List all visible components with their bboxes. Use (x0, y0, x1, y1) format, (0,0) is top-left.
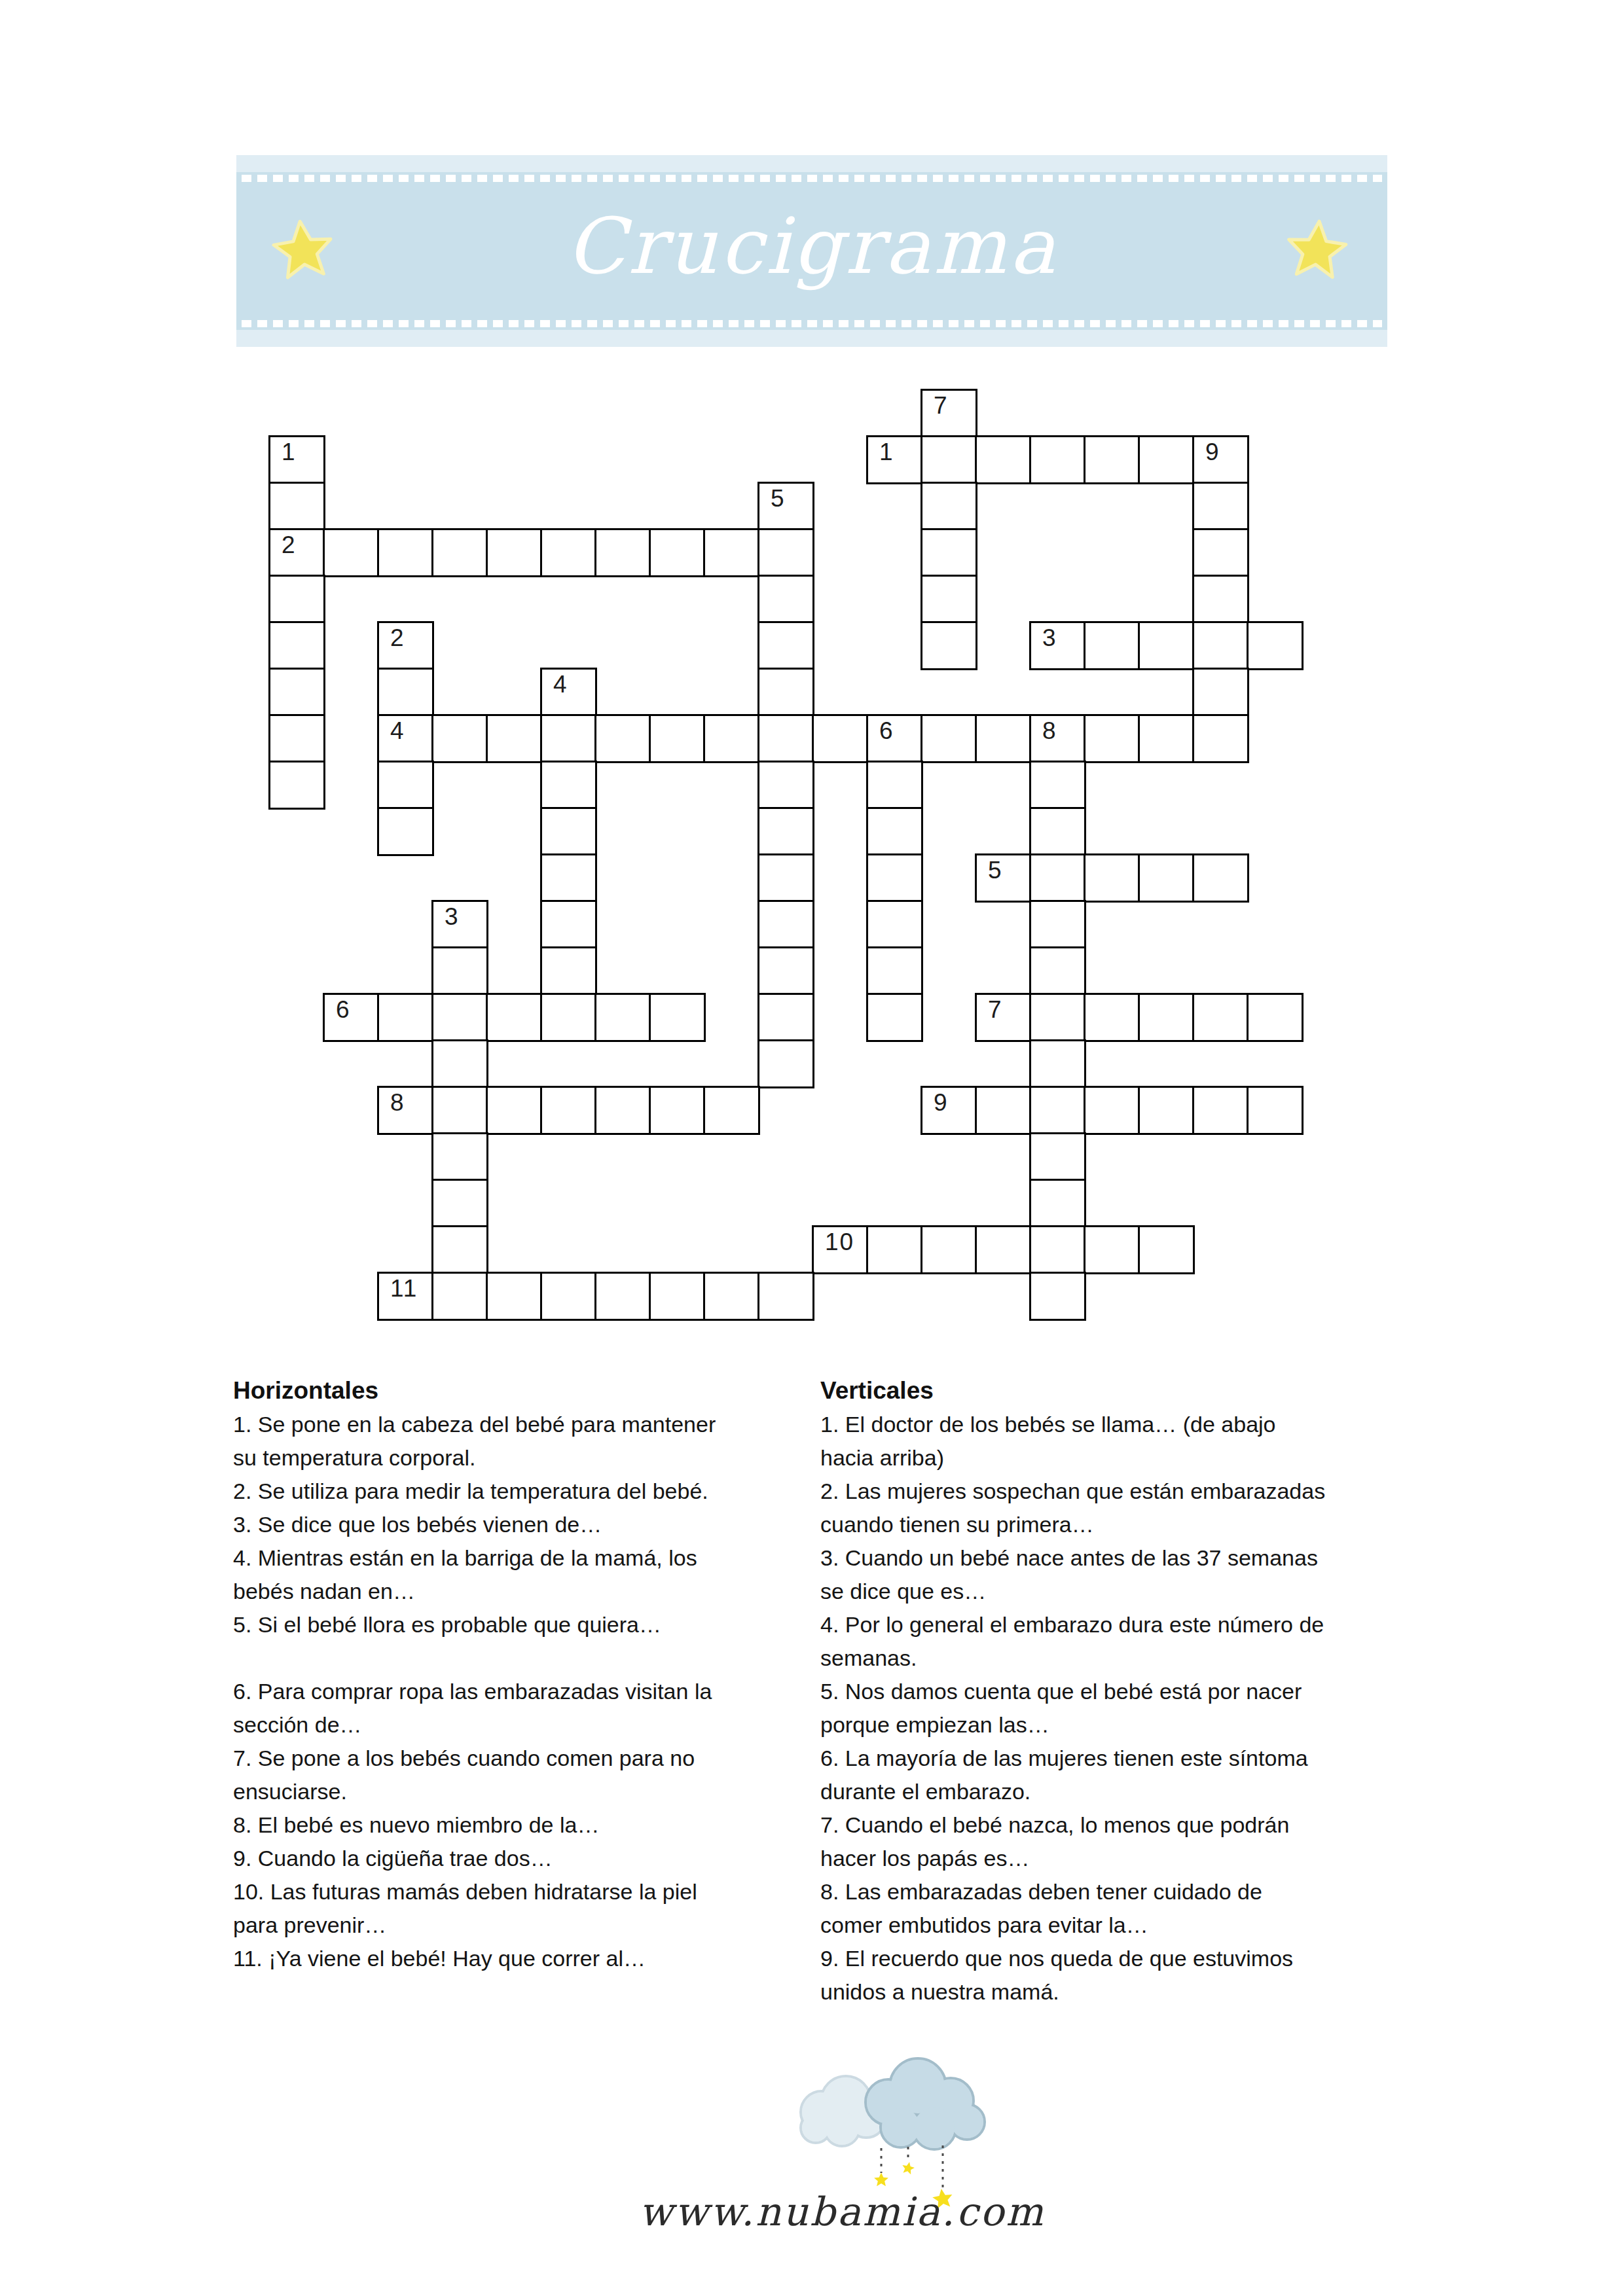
grid-cell-r5c18[interactable] (1194, 576, 1248, 622)
grid-cell-r11c6[interactable] (541, 855, 596, 901)
grid-cell-r8c13[interactable] (922, 715, 976, 762)
grid-cell-r20c6[interactable] (541, 1273, 596, 1319)
grid-cell-r9c10[interactable] (759, 762, 813, 808)
grid-cell-r14c15[interactable] (1030, 994, 1085, 1041)
grid-cell-r16c3[interactable]: 8 (378, 1087, 433, 1134)
clue-item: 1. Se pone en la cabeza del bebé para ma… (233, 1408, 822, 1475)
grid-cell-r12c4[interactable]: 3 (433, 901, 487, 948)
grid-cell-r4c2[interactable] (324, 529, 378, 576)
grid-cell-r16c8[interactable] (650, 1087, 704, 1134)
grid-cell-r15c4[interactable] (433, 1041, 487, 1087)
grid-cell-r16c4[interactable] (433, 1087, 487, 1134)
clue-item: 1. El doctor de los bebés se llama… (de … (820, 1408, 1410, 1475)
grid-cell-r2c1[interactable]: 1 (270, 437, 324, 483)
clue-item: 2. Las mujeres sospechan que están embar… (820, 1475, 1410, 1541)
grid-cell-r17c4[interactable] (433, 1134, 487, 1180)
clue-item: 6. Para comprar ropa las embarazadas vis… (233, 1675, 822, 1742)
grid-cell-r16c19[interactable] (1248, 1087, 1302, 1134)
grid-cell-r6c13[interactable] (922, 622, 976, 669)
grid-cell-r14c2[interactable]: 6 (324, 994, 378, 1041)
header-banner: Crucigrama (236, 155, 1387, 347)
grid-cell-r20c10[interactable] (759, 1273, 813, 1319)
grid-cell-r18c4[interactable] (433, 1180, 487, 1227)
clue-number-label: 1 (282, 440, 297, 464)
grid-cell-r7c6[interactable]: 4 (541, 669, 596, 715)
grid-cell-r11c14[interactable]: 5 (976, 855, 1030, 901)
grid-cell-r16c14[interactable] (976, 1087, 1030, 1134)
clue-number-label: 7 (988, 997, 1003, 1022)
page-title: Crucigrama (236, 200, 1387, 291)
grid-cell-r6c3[interactable]: 2 (378, 622, 433, 669)
grid-cell-r20c3[interactable]: 11 (378, 1273, 433, 1319)
clue-number-label: 8 (390, 1090, 405, 1115)
clue-number-label: 9 (934, 1090, 949, 1115)
grid-cell-r10c6[interactable] (541, 808, 596, 855)
grid-cell-r4c5[interactable] (487, 529, 541, 576)
clue-number-label: 9 (1205, 440, 1220, 464)
grid-cell-r19c17[interactable] (1139, 1227, 1194, 1273)
grid-cell-r3c10[interactable]: 5 (759, 483, 813, 529)
grid-cell-r8c1[interactable] (270, 715, 324, 762)
grid-cell-r13c12[interactable] (867, 948, 922, 994)
grid-cell-r14c10[interactable] (759, 994, 813, 1041)
clue-item: 2. Se utiliza para medir la temperatura … (233, 1475, 822, 1508)
grid-cell-r1c13[interactable]: 7 (922, 390, 976, 437)
grid-cell-r10c3[interactable] (378, 808, 433, 855)
clues-across-section: Horizontales 1. Se pone en la cabeza del… (233, 1373, 822, 1975)
grid-cell-r8c4[interactable] (433, 715, 487, 762)
grid-cell-r2c17[interactable] (1139, 437, 1194, 483)
clue-item: 9. El recuerdo que nos queda de que estu… (820, 1942, 1410, 2009)
grid-cell-r14c6[interactable] (541, 994, 596, 1041)
clue-number-label: 4 (553, 672, 568, 696)
grid-cell-r7c3[interactable] (378, 669, 433, 715)
grid-cell-r17c15[interactable] (1030, 1134, 1085, 1180)
grid-cell-r15c15[interactable] (1030, 1041, 1085, 1087)
grid-cell-r4c3[interactable] (378, 529, 433, 576)
grid-cell-r16c16[interactable] (1085, 1087, 1139, 1134)
grid-cell-r4c4[interactable] (433, 529, 487, 576)
grid-cell-r4c10[interactable] (759, 529, 813, 576)
grid-cell-r9c3[interactable] (378, 762, 433, 808)
grid-cell-r4c6[interactable] (541, 529, 596, 576)
clue-number-label: 10 (825, 1230, 854, 1254)
grid-cell-r18c15[interactable] (1030, 1180, 1085, 1227)
grid-cell-r12c10[interactable] (759, 901, 813, 948)
grid-cell-r10c10[interactable] (759, 808, 813, 855)
banner-stitch-bottom (242, 320, 1382, 327)
grid-cell-r8c17[interactable] (1139, 715, 1194, 762)
clues-across-title: Horizontales (233, 1373, 822, 1408)
clue-item: 4. Por lo general el embarazo dura este … (820, 1608, 1410, 1675)
grid-cell-r2c15[interactable] (1030, 437, 1085, 483)
grid-cell-r9c15[interactable] (1030, 762, 1085, 808)
banner-stitch-top (242, 175, 1382, 182)
clue-number-label: 5 (988, 858, 1003, 882)
grid-cell-r13c10[interactable] (759, 948, 813, 994)
grid-cell-r3c1[interactable] (270, 483, 324, 529)
grid-cell-r14c3[interactable] (378, 994, 433, 1041)
grid-cell-r7c10[interactable] (759, 669, 813, 715)
grid-cell-r11c17[interactable] (1139, 855, 1194, 901)
grid-cell-r16c17[interactable] (1139, 1087, 1194, 1134)
clue-item: 8. El bebé es nuevo miembro de la… (233, 1808, 822, 1842)
clues-down-title: Verticales (820, 1373, 1410, 1408)
clue-number-label: 1 (879, 440, 894, 464)
clue-number-label: 8 (1042, 719, 1057, 743)
grid-cell-r10c15[interactable] (1030, 808, 1085, 855)
grid-cell-r16c13[interactable]: 9 (922, 1087, 976, 1134)
grid-cell-r8c10[interactable] (759, 715, 813, 762)
grid-cell-r9c12[interactable] (867, 762, 922, 808)
clue-number-label: 5 (771, 486, 786, 511)
footer-url: www.nubamia.com (639, 2189, 1045, 2234)
grid-cell-r19c15[interactable] (1030, 1227, 1085, 1273)
clue-number-label: 3 (445, 905, 460, 929)
clue-item: 6. La mayoría de las mujeres tienen este… (820, 1742, 1410, 1808)
grid-cell-r19c12[interactable] (867, 1227, 922, 1273)
clue-number-label: 2 (282, 533, 297, 557)
grid-cell-r20c7[interactable] (596, 1273, 650, 1319)
grid-cell-r8c5[interactable] (487, 715, 541, 762)
grid-cell-r14c17[interactable] (1139, 994, 1194, 1041)
grid-cell-r16c7[interactable] (596, 1087, 650, 1134)
grid-cell-r14c7[interactable] (596, 994, 650, 1041)
grid-cell-r6c16[interactable] (1085, 622, 1139, 669)
clue-number-label: 2 (390, 626, 405, 650)
grid-cell-r13c4[interactable] (433, 948, 487, 994)
grid-cell-r8c6[interactable] (541, 715, 596, 762)
clue-item: 3. Se dice que los bebés vienen de… (233, 1508, 822, 1541)
grid-cell-r12c6[interactable] (541, 901, 596, 948)
banner-edge-bottom (236, 330, 1387, 347)
grid-cell-r20c9[interactable] (704, 1273, 759, 1319)
clues-across-list: 1. Se pone en la cabeza del bebé para ma… (233, 1408, 822, 1975)
crossword-board: 7119522344685367891011 (270, 390, 1302, 1319)
clue-number-label: 6 (336, 997, 351, 1022)
grid-cell-r4c7[interactable] (596, 529, 650, 576)
clue-item: 7. Cuando el bebé nazca, lo menos que po… (820, 1808, 1410, 1875)
grid-cell-r8c8[interactable] (650, 715, 704, 762)
grid-cell-r6c1[interactable] (270, 622, 324, 669)
grid-cell-r14c14[interactable]: 7 (976, 994, 1030, 1041)
grid-cell-r3c18[interactable] (1194, 483, 1248, 529)
grid-cell-r5c1[interactable] (270, 576, 324, 622)
grid-cell-r4c9[interactable] (704, 529, 759, 576)
grid-cell-r4c18[interactable] (1194, 529, 1248, 576)
clue-number-label: 3 (1042, 626, 1057, 650)
grid-cell-r8c7[interactable] (596, 715, 650, 762)
grid-cell-r14c8[interactable] (650, 994, 704, 1041)
grid-cell-r12c15[interactable] (1030, 901, 1085, 948)
grid-cell-r20c8[interactable] (650, 1273, 704, 1319)
grid-cell-r16c15[interactable] (1030, 1087, 1085, 1134)
clue-item: 7. Se pone a los bebés cuando comen para… (233, 1742, 822, 1808)
grid-cell-r6c10[interactable] (759, 622, 813, 669)
grid-cell-r6c19[interactable] (1248, 622, 1302, 669)
grid-cell-r19c13[interactable] (922, 1227, 976, 1273)
grid-cell-r11c18[interactable] (1194, 855, 1248, 901)
grid-cell-r15c10[interactable] (759, 1041, 813, 1087)
clue-item: 3. Cuando un bebé nace antes de las 37 s… (820, 1541, 1410, 1608)
grid-cell-r14c16[interactable] (1085, 994, 1139, 1041)
clue-gap (233, 1641, 822, 1675)
grid-cell-r8c16[interactable] (1085, 715, 1139, 762)
grid-cell-r16c9[interactable] (704, 1087, 759, 1134)
grid-cell-r2c12[interactable]: 1 (867, 437, 922, 483)
grid-cell-r16c5[interactable] (487, 1087, 541, 1134)
grid-cell-r8c14[interactable] (976, 715, 1030, 762)
grid-cell-r8c3[interactable]: 4 (378, 715, 433, 762)
grid-cell-r19c14[interactable] (976, 1227, 1030, 1273)
clue-item: 9. Cuando la cigüeña trae dos… (233, 1842, 822, 1875)
grid-cell-r5c10[interactable] (759, 576, 813, 622)
grid-cell-r6c18[interactable] (1194, 622, 1248, 669)
grid-cell-r20c5[interactable] (487, 1273, 541, 1319)
grid-cell-r8c15[interactable]: 8 (1030, 715, 1085, 762)
clues-down-section: Verticales 1. El doctor de los bebés se … (820, 1373, 1410, 2009)
grid-cell-r4c8[interactable] (650, 529, 704, 576)
grid-cell-r11c16[interactable] (1085, 855, 1139, 901)
clue-number-label: 4 (390, 719, 405, 743)
clue-item: 4. Mientras están en la barriga de la ma… (233, 1541, 822, 1608)
grid-cell-r5c13[interactable] (922, 576, 976, 622)
clues-down-list: 1. El doctor de los bebés se llama… (de … (820, 1408, 1410, 2009)
grid-cell-r20c15[interactable] (1030, 1273, 1085, 1319)
grid-cell-r12c12[interactable] (867, 901, 922, 948)
grid-cell-r19c16[interactable] (1085, 1227, 1139, 1273)
grid-cell-r2c13[interactable] (922, 437, 976, 483)
grid-cell-r11c10[interactable] (759, 855, 813, 901)
grid-cell-r9c1[interactable] (270, 762, 324, 808)
grid-cell-r4c1[interactable]: 2 (270, 529, 324, 576)
clue-item: 5. Nos damos cuenta que el bebé está por… (820, 1675, 1410, 1742)
grid-cell-r19c11[interactable]: 10 (813, 1227, 867, 1273)
grid-cell-r8c18[interactable] (1194, 715, 1248, 762)
grid-cell-r6c15[interactable]: 3 (1030, 622, 1085, 669)
clue-item: 8. Las embarazadas deben tener cuidado d… (820, 1875, 1410, 1942)
crossword-worksheet-page: Crucigrama 7119522344685367891011 Horizo… (0, 0, 1623, 2296)
grid-cell-r14c12[interactable] (867, 994, 922, 1041)
clue-number-label: 6 (879, 719, 894, 743)
clue-item: 11. ¡Ya viene el bebé! Hay que correr al… (233, 1942, 822, 1975)
grid-cell-r2c16[interactable] (1085, 437, 1139, 483)
grid-cell-r6c17[interactable] (1139, 622, 1194, 669)
grid-cell-r11c12[interactable] (867, 855, 922, 901)
grid-cell-r7c1[interactable] (270, 669, 324, 715)
grid-cell-r3c13[interactable] (922, 483, 976, 529)
grid-cell-r10c12[interactable] (867, 808, 922, 855)
grid-cell-r16c6[interactable] (541, 1087, 596, 1134)
banner-edge-top (236, 155, 1387, 172)
grid-cell-r7c18[interactable] (1194, 669, 1248, 715)
grid-cell-r9c6[interactable] (541, 762, 596, 808)
grid-cell-r14c19[interactable] (1248, 994, 1302, 1041)
grid-cell-r13c6[interactable] (541, 948, 596, 994)
grid-cell-r2c14[interactable] (976, 437, 1030, 483)
grid-cell-r13c15[interactable] (1030, 948, 1085, 994)
grid-cell-r2c18[interactable]: 9 (1194, 437, 1248, 483)
grid-cell-r20c4[interactable] (433, 1273, 487, 1319)
clue-number-label: 11 (390, 1276, 418, 1300)
grid-cell-r14c18[interactable] (1194, 994, 1248, 1041)
grid-cell-r8c9[interactable] (704, 715, 759, 762)
clue-item: 10. Las futuras mamás deben hidratarse l… (233, 1875, 822, 1942)
grid-cell-r16c18[interactable] (1194, 1087, 1248, 1134)
grid-cell-r14c5[interactable] (487, 994, 541, 1041)
grid-cell-r19c4[interactable] (433, 1227, 487, 1273)
grid-cell-r8c12[interactable]: 6 (867, 715, 922, 762)
clue-number-label: 7 (934, 393, 949, 418)
clue-item: 5. Si el bebé llora es probable que quie… (233, 1608, 822, 1641)
grid-cell-r4c13[interactable] (922, 529, 976, 576)
grid-cell-r14c4[interactable] (433, 994, 487, 1041)
grid-cell-r11c15[interactable] (1030, 855, 1085, 901)
grid-cell-r8c11[interactable] (813, 715, 867, 762)
